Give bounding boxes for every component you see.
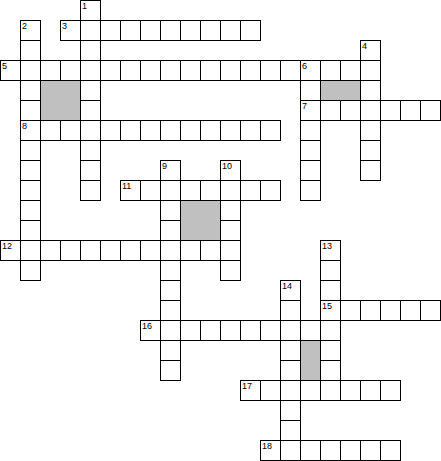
crossword-cell[interactable] xyxy=(220,220,241,241)
crossword-cell[interactable] xyxy=(140,240,161,261)
clue-number: 8 xyxy=(22,121,27,131)
shaded-block xyxy=(180,200,221,241)
crossword-cell[interactable] xyxy=(200,120,221,141)
crossword-cell[interactable] xyxy=(80,240,101,261)
crossword-cell[interactable] xyxy=(380,440,401,461)
crossword-cell[interactable] xyxy=(100,120,121,141)
crossword-cell[interactable] xyxy=(160,360,181,381)
clue-number: 10 xyxy=(222,161,232,171)
crossword-cell[interactable] xyxy=(40,60,61,81)
crossword-cell[interactable]: 3 xyxy=(60,20,81,41)
crossword-cell[interactable] xyxy=(400,100,421,121)
crossword-cell[interactable] xyxy=(100,60,121,81)
crossword-cell[interactable] xyxy=(380,300,401,321)
crossword-cell[interactable] xyxy=(220,120,241,141)
crossword-cell[interactable] xyxy=(240,320,261,341)
crossword-cell[interactable] xyxy=(20,40,41,61)
crossword-cell[interactable] xyxy=(140,60,161,81)
crossword-cell[interactable] xyxy=(360,100,381,121)
crossword-cell[interactable]: 1 xyxy=(80,0,101,21)
crossword-cell[interactable] xyxy=(60,120,81,141)
crossword-cell[interactable] xyxy=(120,240,141,261)
crossword-cell[interactable] xyxy=(320,360,341,381)
crossword-cell[interactable]: 8 xyxy=(20,120,41,141)
crossword-cell[interactable] xyxy=(80,180,101,201)
crossword-cell[interactable] xyxy=(280,420,301,441)
clue-number: 7 xyxy=(302,101,307,111)
crossword-cell[interactable] xyxy=(300,180,321,201)
crossword-cell[interactable] xyxy=(300,320,321,341)
crossword-cell[interactable] xyxy=(160,20,181,41)
crossword-cell[interactable] xyxy=(360,440,381,461)
crossword-cell[interactable] xyxy=(60,60,81,81)
crossword-cell[interactable] xyxy=(340,100,361,121)
clue-number: 13 xyxy=(322,241,332,251)
crossword-cell[interactable] xyxy=(220,180,241,201)
crossword-cell[interactable] xyxy=(160,120,181,141)
crossword-cell[interactable]: 4 xyxy=(360,40,381,61)
crossword-cell[interactable] xyxy=(160,260,181,281)
crossword-cell[interactable] xyxy=(360,380,381,401)
crossword-cell[interactable] xyxy=(300,80,321,101)
crossword-cell[interactable] xyxy=(160,280,181,301)
crossword-cell[interactable] xyxy=(280,360,301,381)
crossword-cell[interactable] xyxy=(100,20,121,41)
crossword-cell[interactable] xyxy=(340,380,361,401)
clue-number: 6 xyxy=(302,61,307,71)
clue-number: 16 xyxy=(142,321,152,331)
crossword-cell[interactable] xyxy=(280,300,301,321)
crossword-cell[interactable] xyxy=(220,240,241,261)
crossword-cell[interactable]: 10 xyxy=(220,160,241,181)
crossword-cell[interactable] xyxy=(220,200,241,221)
clue-number: 17 xyxy=(242,381,252,391)
crossword-cell[interactable] xyxy=(160,340,181,361)
crossword-cell[interactable] xyxy=(140,20,161,41)
crossword-cell[interactable] xyxy=(340,440,361,461)
crossword-cell[interactable] xyxy=(320,440,341,461)
crossword-cell[interactable]: 15 xyxy=(320,300,341,321)
crossword-cell[interactable] xyxy=(220,20,241,41)
shaded-block xyxy=(300,340,321,381)
crossword-cell[interactable] xyxy=(20,80,41,101)
crossword-cell[interactable] xyxy=(220,260,241,281)
crossword-cell[interactable] xyxy=(200,320,221,341)
crossword-cell[interactable] xyxy=(40,240,61,261)
crossword-cell[interactable] xyxy=(40,120,61,141)
crossword-cell[interactable] xyxy=(300,380,321,401)
crossword-cell[interactable] xyxy=(20,60,41,81)
crossword-cell[interactable] xyxy=(340,300,361,321)
crossword-cell[interactable] xyxy=(280,400,301,421)
crossword-cell[interactable]: 2 xyxy=(20,20,41,41)
crossword-cell[interactable] xyxy=(160,180,181,201)
crossword-cell[interactable] xyxy=(340,60,361,81)
crossword-cell[interactable] xyxy=(360,140,381,161)
crossword-cell[interactable] xyxy=(420,100,441,121)
crossword-cell[interactable] xyxy=(140,120,161,141)
crossword-cell[interactable] xyxy=(260,180,281,201)
crossword-cell[interactable]: 14 xyxy=(280,280,301,301)
crossword-cell[interactable] xyxy=(80,160,101,181)
crossword-cell[interactable] xyxy=(220,60,241,81)
clue-number: 12 xyxy=(2,241,12,251)
crossword-cell[interactable]: 7 xyxy=(300,100,321,121)
crossword-cell[interactable] xyxy=(400,300,421,321)
crossword-cell[interactable] xyxy=(360,160,381,181)
crossword-cell[interactable]: 18 xyxy=(260,440,281,461)
crossword-cell[interactable] xyxy=(240,60,261,81)
crossword-cell[interactable] xyxy=(360,120,381,141)
clue-number: 1 xyxy=(82,1,87,11)
crossword-cell[interactable] xyxy=(320,100,341,121)
crossword-cell[interactable] xyxy=(320,340,341,361)
crossword-cell[interactable] xyxy=(200,20,221,41)
crossword-cell[interactable] xyxy=(160,200,181,221)
clue-number: 5 xyxy=(2,61,7,71)
crossword-cell[interactable] xyxy=(160,300,181,321)
crossword-cell[interactable] xyxy=(160,320,181,341)
crossword-cell[interactable] xyxy=(320,280,341,301)
crossword-cell[interactable] xyxy=(280,380,301,401)
crossword-cell[interactable] xyxy=(380,100,401,121)
crossword-cell[interactable] xyxy=(240,180,261,201)
crossword-cell[interactable] xyxy=(20,240,41,261)
crossword-cell[interactable] xyxy=(360,80,381,101)
crossword-cell[interactable] xyxy=(20,100,41,121)
crossword-cell[interactable] xyxy=(180,180,201,201)
crossword-cell[interactable] xyxy=(320,380,341,401)
crossword-cell[interactable] xyxy=(20,220,41,241)
clue-number: 4 xyxy=(362,41,367,51)
crossword-cell[interactable] xyxy=(360,60,381,81)
crossword-cell[interactable] xyxy=(180,60,201,81)
crossword-cell[interactable] xyxy=(240,20,261,41)
clue-number: 18 xyxy=(262,441,272,451)
crossword-cell[interactable] xyxy=(20,260,41,281)
crossword-cell[interactable] xyxy=(260,320,281,341)
clue-number: 14 xyxy=(282,281,292,291)
clue-number: 15 xyxy=(322,301,332,311)
crossword-cell[interactable]: 17 xyxy=(240,380,261,401)
crossword-cell[interactable] xyxy=(80,40,101,61)
clue-number: 11 xyxy=(122,181,131,191)
crossword-cell[interactable] xyxy=(360,300,381,321)
crossword-cell[interactable] xyxy=(320,60,341,81)
crossword-cell[interactable] xyxy=(260,60,281,81)
crossword-cell[interactable] xyxy=(300,120,321,141)
shaded-block xyxy=(40,80,81,121)
crossword-cell[interactable] xyxy=(100,240,121,261)
crossword-cell[interactable] xyxy=(280,320,301,341)
crossword-cell[interactable] xyxy=(180,20,201,41)
crossword-cell[interactable] xyxy=(80,140,101,161)
crossword-cell[interactable] xyxy=(80,60,101,81)
crossword-cell[interactable] xyxy=(280,60,301,81)
clue-number: 3 xyxy=(62,21,67,31)
crossword-cell[interactable] xyxy=(200,60,221,81)
crossword-cell[interactable] xyxy=(240,120,261,141)
crossword-cell[interactable] xyxy=(420,300,441,321)
crossword-cell[interactable] xyxy=(300,160,321,181)
crossword-cell[interactable] xyxy=(20,140,41,161)
crossword-cell[interactable]: 16 xyxy=(140,320,161,341)
crossword-cell[interactable] xyxy=(20,180,41,201)
crossword-cell[interactable] xyxy=(220,320,241,341)
crossword-cell[interactable] xyxy=(320,260,341,281)
crossword-cell[interactable] xyxy=(60,240,81,261)
crossword-cell[interactable] xyxy=(200,240,221,261)
crossword-cell[interactable]: 6 xyxy=(300,60,321,81)
crossword-cell[interactable] xyxy=(20,200,41,221)
crossword-cell[interactable] xyxy=(280,440,301,461)
clue-number: 9 xyxy=(162,161,167,171)
crossword-cell[interactable] xyxy=(300,140,321,161)
crossword-cell[interactable] xyxy=(320,320,341,341)
crossword-cell[interactable] xyxy=(140,180,161,201)
crossword-cell[interactable]: 13 xyxy=(320,240,341,261)
crossword-cell[interactable] xyxy=(20,160,41,181)
crossword-cell[interactable] xyxy=(160,240,181,261)
crossword-cell[interactable] xyxy=(180,240,201,261)
crossword-cell[interactable] xyxy=(160,60,181,81)
crossword-cell[interactable]: 5 xyxy=(0,60,21,81)
crossword-cell[interactable]: 11 xyxy=(120,180,141,201)
crossword-cell[interactable] xyxy=(120,120,141,141)
crossword-cell[interactable]: 12 xyxy=(0,240,21,261)
crossword-cell[interactable] xyxy=(300,440,321,461)
crossword-cell[interactable] xyxy=(180,120,201,141)
clue-number: 2 xyxy=(22,21,27,31)
crossword-cell[interactable] xyxy=(120,20,141,41)
shaded-block xyxy=(320,80,361,101)
crossword-board: 123456789101112131415161718 xyxy=(0,0,441,461)
crossword-cell[interactable] xyxy=(80,20,101,41)
crossword-cell[interactable] xyxy=(180,320,201,341)
crossword-cell[interactable] xyxy=(280,340,301,361)
crossword-cell[interactable] xyxy=(160,220,181,241)
crossword-cell[interactable] xyxy=(80,100,101,121)
crossword-cell[interactable] xyxy=(260,120,281,141)
crossword-cell[interactable] xyxy=(380,380,401,401)
crossword-cell[interactable] xyxy=(120,60,141,81)
crossword-cell[interactable] xyxy=(200,180,221,201)
crossword-cell[interactable]: 9 xyxy=(160,160,181,181)
crossword-cell[interactable] xyxy=(80,120,101,141)
crossword-cell[interactable] xyxy=(260,380,281,401)
crossword-cell[interactable] xyxy=(80,80,101,101)
